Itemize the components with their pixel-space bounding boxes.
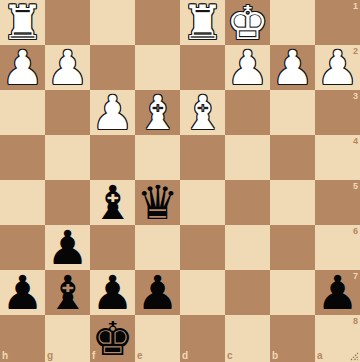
- square-c8[interactable]: [225, 315, 270, 362]
- white-pawn-piece[interactable]: ♟: [91, 90, 133, 135]
- square-a5[interactable]: [315, 180, 360, 225]
- square-b8[interactable]: [270, 315, 315, 362]
- square-a6[interactable]: [315, 225, 360, 270]
- square-b1[interactable]: [270, 0, 315, 45]
- square-b6[interactable]: [270, 225, 315, 270]
- square-h4[interactable]: [0, 135, 45, 180]
- square-h6[interactable]: [0, 225, 45, 270]
- square-f5[interactable]: ♝: [90, 180, 135, 225]
- black-pawn-piece[interactable]: ♟: [91, 270, 133, 315]
- square-g6[interactable]: ♟: [45, 225, 90, 270]
- square-h5[interactable]: [0, 180, 45, 225]
- white-pawn-piece[interactable]: ♟: [316, 45, 358, 90]
- white-pawn-piece[interactable]: ♟: [271, 45, 313, 90]
- square-c1[interactable]: ♚: [225, 0, 270, 45]
- square-c2[interactable]: ♟: [225, 45, 270, 90]
- square-b5[interactable]: [270, 180, 315, 225]
- white-king-piece[interactable]: ♚: [226, 0, 268, 45]
- square-d2[interactable]: [180, 45, 225, 90]
- square-g5[interactable]: [45, 180, 90, 225]
- square-g7[interactable]: ♝: [45, 270, 90, 315]
- square-f7[interactable]: ♟: [90, 270, 135, 315]
- square-f6[interactable]: [90, 225, 135, 270]
- white-pawn-piece[interactable]: ♟: [1, 45, 43, 90]
- square-d3[interactable]: ♝: [180, 90, 225, 135]
- square-e7[interactable]: ♟: [135, 270, 180, 315]
- white-pawn-piece[interactable]: ♟: [46, 45, 88, 90]
- square-b7[interactable]: [270, 270, 315, 315]
- square-d8[interactable]: [180, 315, 225, 362]
- square-a4[interactable]: [315, 135, 360, 180]
- white-rook-piece[interactable]: ♜: [1, 0, 43, 45]
- square-b2[interactable]: ♟: [270, 45, 315, 90]
- board-resize-grip-icon[interactable]: [348, 350, 359, 361]
- chess-board: ♜♜♚♟♟♟♟♟♟♝♝♝♛♟♟♝♟♟♟♚ 12345678hgfedcba: [0, 0, 360, 362]
- square-h7[interactable]: ♟: [0, 270, 45, 315]
- square-e8[interactable]: [135, 315, 180, 362]
- square-g8[interactable]: [45, 315, 90, 362]
- square-d6[interactable]: [180, 225, 225, 270]
- square-c7[interactable]: [225, 270, 270, 315]
- square-e6[interactable]: [135, 225, 180, 270]
- square-g2[interactable]: ♟: [45, 45, 90, 90]
- square-a1[interactable]: [315, 0, 360, 45]
- white-rook-piece[interactable]: ♜: [181, 0, 223, 45]
- black-bishop-piece[interactable]: ♝: [91, 180, 133, 225]
- square-f8[interactable]: ♚: [90, 315, 135, 362]
- square-d7[interactable]: [180, 270, 225, 315]
- square-d1[interactable]: ♜: [180, 0, 225, 45]
- square-c6[interactable]: [225, 225, 270, 270]
- square-c5[interactable]: [225, 180, 270, 225]
- square-a7[interactable]: ♟: [315, 270, 360, 315]
- black-pawn-piece[interactable]: ♟: [316, 270, 358, 315]
- black-pawn-piece[interactable]: ♟: [1, 270, 43, 315]
- square-c3[interactable]: [225, 90, 270, 135]
- black-pawn-piece[interactable]: ♟: [46, 225, 88, 270]
- square-g4[interactable]: [45, 135, 90, 180]
- square-d4[interactable]: [180, 135, 225, 180]
- black-bishop-piece[interactable]: ♝: [46, 270, 88, 315]
- black-queen-piece[interactable]: ♛: [136, 180, 178, 225]
- square-a3[interactable]: [315, 90, 360, 135]
- black-pawn-piece[interactable]: ♟: [136, 270, 178, 315]
- white-bishop-piece[interactable]: ♝: [136, 90, 178, 135]
- square-e4[interactable]: [135, 135, 180, 180]
- square-h3[interactable]: [0, 90, 45, 135]
- square-d5[interactable]: [180, 180, 225, 225]
- square-e3[interactable]: ♝: [135, 90, 180, 135]
- white-pawn-piece[interactable]: ♟: [226, 45, 268, 90]
- square-a2[interactable]: ♟: [315, 45, 360, 90]
- square-h8[interactable]: [0, 315, 45, 362]
- square-h1[interactable]: ♜: [0, 0, 45, 45]
- square-f2[interactable]: [90, 45, 135, 90]
- square-g1[interactable]: [45, 0, 90, 45]
- square-b4[interactable]: [270, 135, 315, 180]
- white-bishop-piece[interactable]: ♝: [181, 90, 223, 135]
- square-f1[interactable]: [90, 0, 135, 45]
- square-f4[interactable]: [90, 135, 135, 180]
- square-f3[interactable]: ♟: [90, 90, 135, 135]
- square-e5[interactable]: ♛: [135, 180, 180, 225]
- black-king-piece[interactable]: ♚: [91, 316, 133, 361]
- square-g3[interactable]: [45, 90, 90, 135]
- square-h2[interactable]: ♟: [0, 45, 45, 90]
- square-e2[interactable]: [135, 45, 180, 90]
- square-b3[interactable]: [270, 90, 315, 135]
- square-e1[interactable]: [135, 0, 180, 45]
- square-c4[interactable]: [225, 135, 270, 180]
